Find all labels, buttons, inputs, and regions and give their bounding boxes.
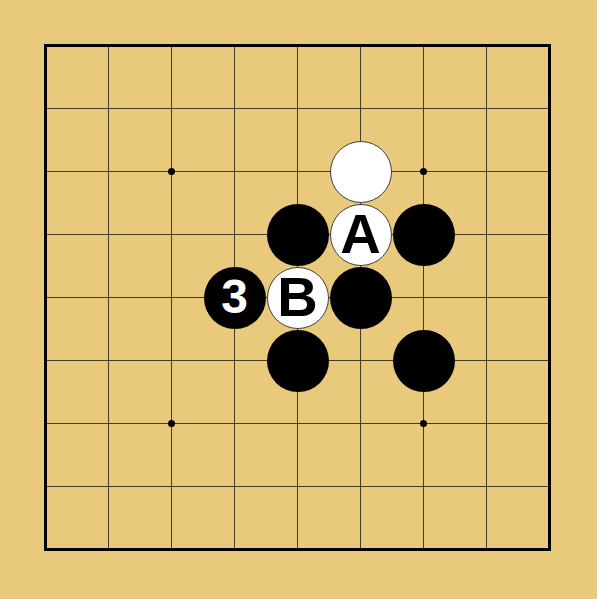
point-D7[interactable] (203, 140, 266, 203)
point-B6[interactable] (77, 203, 140, 266)
point-J8[interactable] (518, 77, 581, 140)
point-A6[interactable] (14, 203, 77, 266)
point-C6[interactable] (140, 203, 203, 266)
point-G8[interactable] (392, 77, 455, 140)
point-E4[interactable] (266, 329, 329, 392)
point-C4[interactable] (140, 329, 203, 392)
point-C7[interactable] (140, 140, 203, 203)
white-stone (330, 141, 392, 203)
point-E1[interactable] (266, 518, 329, 581)
point-J4[interactable] (518, 329, 581, 392)
point-C8[interactable] (140, 77, 203, 140)
point-C2[interactable] (140, 455, 203, 518)
point-H2[interactable] (455, 455, 518, 518)
point-G4[interactable] (392, 329, 455, 392)
point-B2[interactable] (77, 455, 140, 518)
point-F9[interactable] (329, 14, 392, 77)
point-G7[interactable] (392, 140, 455, 203)
point-B5[interactable] (77, 266, 140, 329)
point-G9[interactable] (392, 14, 455, 77)
point-A4[interactable] (14, 329, 77, 392)
point-F7[interactable] (329, 140, 392, 203)
point-A7[interactable] (14, 140, 77, 203)
point-B4[interactable] (77, 329, 140, 392)
go-board: A3B (14, 14, 581, 581)
point-H9[interactable] (455, 14, 518, 77)
point-A1[interactable] (14, 518, 77, 581)
white-stone: B (267, 267, 329, 329)
point-F3[interactable] (329, 392, 392, 455)
point-B8[interactable] (77, 77, 140, 140)
point-D3[interactable] (203, 392, 266, 455)
point-F1[interactable] (329, 518, 392, 581)
point-B1[interactable] (77, 518, 140, 581)
point-D1[interactable] (203, 518, 266, 581)
point-J5[interactable] (518, 266, 581, 329)
point-H4[interactable] (455, 329, 518, 392)
black-stone (267, 204, 329, 266)
point-H1[interactable] (455, 518, 518, 581)
stone-label: B (277, 269, 317, 325)
black-stone (330, 267, 392, 329)
point-C1[interactable] (140, 518, 203, 581)
point-H5[interactable] (455, 266, 518, 329)
point-H8[interactable] (455, 77, 518, 140)
black-stone (267, 330, 329, 392)
black-stone (393, 330, 455, 392)
point-J7[interactable] (518, 140, 581, 203)
white-stone: A (330, 204, 392, 266)
point-G3[interactable] (392, 392, 455, 455)
point-J9[interactable] (518, 14, 581, 77)
point-F6[interactable]: A (329, 203, 392, 266)
point-F4[interactable] (329, 329, 392, 392)
go-board-diagram: A3B (0, 0, 597, 599)
point-G2[interactable] (392, 455, 455, 518)
point-D8[interactable] (203, 77, 266, 140)
point-E5[interactable]: B (266, 266, 329, 329)
point-A2[interactable] (14, 455, 77, 518)
stone-label: A (340, 206, 380, 262)
point-D2[interactable] (203, 455, 266, 518)
point-J3[interactable] (518, 392, 581, 455)
point-G5[interactable] (392, 266, 455, 329)
point-C9[interactable] (140, 14, 203, 77)
point-B9[interactable] (77, 14, 140, 77)
point-A3[interactable] (14, 392, 77, 455)
point-J2[interactable] (518, 455, 581, 518)
point-C5[interactable] (140, 266, 203, 329)
point-D9[interactable] (203, 14, 266, 77)
point-J6[interactable] (518, 203, 581, 266)
point-F2[interactable] (329, 455, 392, 518)
black-stone: 3 (204, 267, 266, 329)
point-E6[interactable] (266, 203, 329, 266)
point-D4[interactable] (203, 329, 266, 392)
point-E3[interactable] (266, 392, 329, 455)
point-E2[interactable] (266, 455, 329, 518)
point-H7[interactable] (455, 140, 518, 203)
stone-label: 3 (221, 273, 248, 321)
point-B3[interactable] (77, 392, 140, 455)
point-D5[interactable]: 3 (203, 266, 266, 329)
point-D6[interactable] (203, 203, 266, 266)
point-C3[interactable] (140, 392, 203, 455)
point-G6[interactable] (392, 203, 455, 266)
point-B7[interactable] (77, 140, 140, 203)
black-stone (393, 204, 455, 266)
point-A9[interactable] (14, 14, 77, 77)
point-J1[interactable] (518, 518, 581, 581)
point-H3[interactable] (455, 392, 518, 455)
point-G1[interactable] (392, 518, 455, 581)
point-E9[interactable] (266, 14, 329, 77)
point-F8[interactable] (329, 77, 392, 140)
point-H6[interactable] (455, 203, 518, 266)
point-F5[interactable] (329, 266, 392, 329)
point-A8[interactable] (14, 77, 77, 140)
point-A5[interactable] (14, 266, 77, 329)
point-E8[interactable] (266, 77, 329, 140)
point-E7[interactable] (266, 140, 329, 203)
